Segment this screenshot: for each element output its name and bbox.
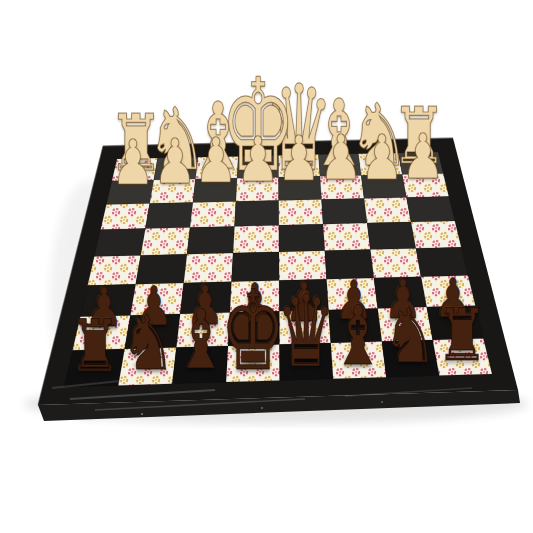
square-f3 xyxy=(190,202,236,228)
square-e3 xyxy=(235,201,279,227)
square-f8 xyxy=(172,346,228,384)
square-h2 xyxy=(106,180,153,204)
square-b2 xyxy=(361,175,406,199)
square-a1 xyxy=(398,152,443,175)
square-g1 xyxy=(154,157,198,180)
square-h5 xyxy=(88,255,141,285)
square-c8 xyxy=(331,342,387,379)
square-f5 xyxy=(184,253,233,283)
square-f2 xyxy=(193,178,237,202)
square-b7 xyxy=(378,307,433,341)
rim-speck xyxy=(381,401,383,403)
rim-speck xyxy=(141,413,143,415)
square-c3 xyxy=(322,199,368,225)
square-b5 xyxy=(370,248,421,278)
square-f7 xyxy=(176,313,230,348)
square-h3 xyxy=(101,204,150,230)
square-d3 xyxy=(279,200,323,226)
square-a8 xyxy=(433,339,492,376)
square-a5 xyxy=(416,247,468,276)
square-g8 xyxy=(118,347,176,385)
square-f6 xyxy=(180,282,231,314)
square-d8 xyxy=(280,343,334,380)
square-e8 xyxy=(226,345,280,383)
square-f4 xyxy=(187,226,235,254)
square-f1 xyxy=(196,156,239,179)
square-c5 xyxy=(325,250,374,280)
square-c1 xyxy=(319,154,362,177)
square-h7 xyxy=(73,315,131,350)
square-g5 xyxy=(136,254,187,284)
square-e6 xyxy=(230,281,280,313)
square-d2 xyxy=(279,176,322,200)
square-b1 xyxy=(359,153,403,176)
square-d6 xyxy=(279,279,328,311)
square-a2 xyxy=(402,174,449,198)
square-e2 xyxy=(236,177,279,201)
square-g2 xyxy=(150,179,196,203)
square-d5 xyxy=(279,251,327,281)
square-a7 xyxy=(427,306,484,340)
square-c4 xyxy=(323,223,370,251)
square-d7 xyxy=(279,310,330,345)
square-c6 xyxy=(327,278,378,310)
chess-board xyxy=(0,0,533,533)
square-e4 xyxy=(233,225,279,253)
square-b4 xyxy=(367,222,416,250)
square-d1 xyxy=(279,155,321,178)
square-g3 xyxy=(145,203,193,229)
square-h1 xyxy=(112,158,158,181)
square-h4 xyxy=(94,229,145,257)
square-b6 xyxy=(374,277,427,309)
photo-canvas: ♜♞♝♛♚♝♞♜♟♟♟♟♟♟♟♟♟♟♟♟♟♟♟♟♜♞♝♛♚♝♞♜ xyxy=(0,0,533,533)
square-g4 xyxy=(141,228,190,256)
rim-speck xyxy=(261,407,263,409)
square-g6 xyxy=(130,283,183,315)
square-g7 xyxy=(125,314,181,349)
square-d4 xyxy=(279,224,325,252)
square-h6 xyxy=(80,284,135,316)
square-e1 xyxy=(237,156,279,179)
square-e7 xyxy=(228,311,279,346)
square-c2 xyxy=(320,175,364,199)
square-a3 xyxy=(407,197,455,223)
square-e5 xyxy=(232,252,280,282)
square-a4 xyxy=(411,221,461,248)
square-b8 xyxy=(382,340,439,377)
square-b3 xyxy=(364,198,411,224)
square-c7 xyxy=(329,309,382,344)
square-a6 xyxy=(421,275,475,307)
